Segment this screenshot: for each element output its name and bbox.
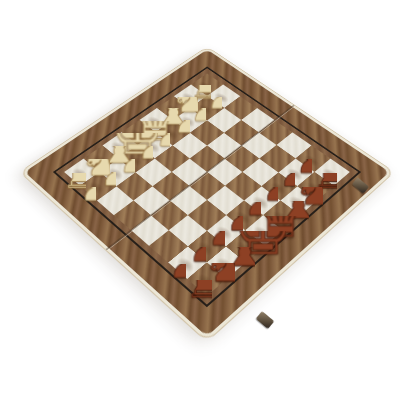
square-h8[interactable]: ♜	[187, 262, 227, 296]
square-h2[interactable]: ♟	[80, 172, 116, 200]
square-e3[interactable]	[154, 145, 189, 172]
board-grid[interactable]: ♜♟♟♜♞♟♟♞♝♟♟♝♛♟♟♛♚♟♟♚♝♟♟♝♞♟♟♞♜♟♟♜	[64, 73, 350, 296]
chess-board[interactable]: ♜♟♟♜♞♟♟♞♝♟♟♝♛♟♟♛♚♟♟♚♝♟♟♝♞♟♟♞♜♟♟♜	[20, 47, 393, 341]
product-photo: ♜♟♟♜♞♟♟♞♝♟♟♝♛♟♟♛♚♟♟♚♝♟♟♝♞♟♟♞♜♟♟♜	[0, 0, 400, 400]
playing-area-border: ♜♟♟♜♞♟♟♞♝♟♟♝♛♟♟♛♚♟♟♚♝♟♟♝♞♟♟♞♜♟♟♜	[53, 66, 361, 307]
board-frame: ♜♟♟♜♞♟♟♞♝♟♟♝♛♟♟♛♚♟♟♚♝♟♟♝♞♟♟♞♜♟♟♜	[25, 50, 390, 337]
scene: ♜♟♟♜♞♟♟♞♝♟♟♝♛♟♟♛♚♟♟♚♝♟♟♝♞♟♟♞♜♟♟♜	[0, 0, 400, 400]
